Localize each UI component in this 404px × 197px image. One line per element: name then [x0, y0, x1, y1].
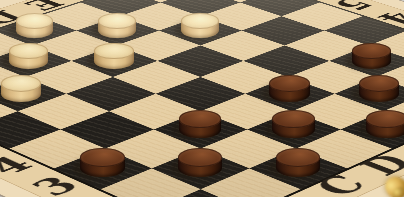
- piece-top: [366, 110, 404, 128]
- piece-top: [178, 148, 223, 167]
- piece-top: [272, 110, 315, 128]
- piece-top: [94, 43, 133, 59]
- piece-top: [181, 13, 219, 29]
- piece-top: [269, 75, 310, 92]
- piece-top: [179, 110, 222, 128]
- piece-top: [276, 148, 321, 167]
- piece-top: [9, 43, 48, 59]
- piece-top: [80, 148, 125, 167]
- piece-top: [98, 13, 136, 29]
- board-photo: 1122334455667788AABBCCDDEEFFGGHH: [0, 0, 404, 197]
